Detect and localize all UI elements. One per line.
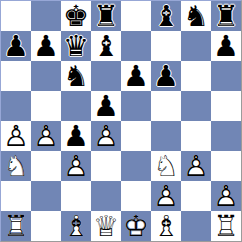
piece-black-rook: ♜	[93, 1, 119, 31]
square-h3[interactable]	[211, 151, 241, 181]
square-d4[interactable]: ♟♙	[91, 121, 121, 151]
square-f5[interactable]	[151, 91, 181, 121]
square-d7[interactable]: ♝	[91, 31, 121, 61]
square-h2[interactable]: ♟♙	[211, 181, 241, 211]
piece-black-pawn: ♟	[63, 121, 89, 151]
white-pawn-icon: ♟	[3, 121, 29, 151]
white-bishop-outline-icon: ♗	[63, 211, 89, 241]
square-e5[interactable]	[121, 91, 151, 121]
square-e1[interactable]: ♚♔	[121, 211, 151, 241]
square-g4[interactable]	[181, 121, 211, 151]
white-queen-icon: ♛	[93, 211, 119, 241]
square-h1[interactable]: ♜♖	[211, 211, 241, 241]
square-h7[interactable]: ♟	[211, 31, 241, 61]
square-b8[interactable]	[31, 1, 61, 31]
square-d2[interactable]	[91, 181, 121, 211]
piece-black-pawn: ♟	[213, 31, 239, 61]
square-g5[interactable]	[181, 91, 211, 121]
white-rook-icon: ♜	[3, 211, 29, 241]
piece-white-pawn: ♟♙	[213, 181, 239, 211]
square-a2[interactable]	[1, 181, 31, 211]
piece-white-queen: ♛♕	[93, 211, 119, 241]
piece-white-knight: ♞♘	[3, 151, 29, 181]
square-h8[interactable]: ♜	[211, 1, 241, 31]
white-bishop-outline-icon: ♗	[153, 211, 179, 241]
white-pawn-outline-icon: ♙	[93, 121, 119, 151]
white-pawn-outline-icon: ♙	[183, 151, 209, 181]
square-e8[interactable]	[121, 1, 151, 31]
piece-white-rook: ♜♖	[3, 211, 29, 241]
square-f6[interactable]: ♟	[151, 61, 181, 91]
piece-black-knight: ♞	[183, 1, 209, 31]
square-b5[interactable]	[31, 91, 61, 121]
square-a4[interactable]: ♟♙	[1, 121, 31, 151]
square-g2[interactable]	[181, 181, 211, 211]
square-c7[interactable]: ♛	[61, 31, 91, 61]
square-e2[interactable]	[121, 181, 151, 211]
piece-black-pawn: ♟	[33, 31, 59, 61]
square-g7[interactable]	[181, 31, 211, 61]
square-a3[interactable]: ♞♘	[1, 151, 31, 181]
black-rook-icon: ♜	[93, 1, 119, 31]
square-f2[interactable]: ♟♙	[151, 181, 181, 211]
piece-white-rook: ♜♖	[213, 211, 239, 241]
black-knight-icon: ♞	[63, 61, 89, 91]
square-d3[interactable]	[91, 151, 121, 181]
black-pawn-icon: ♟	[3, 31, 29, 61]
white-bishop-icon: ♝	[63, 211, 89, 241]
square-c5[interactable]	[61, 91, 91, 121]
black-bishop-icon: ♝	[93, 31, 119, 61]
piece-black-queen: ♛	[63, 31, 89, 61]
square-g3[interactable]: ♟♙	[181, 151, 211, 181]
piece-black-rook: ♜	[213, 1, 239, 31]
black-pawn-icon: ♟	[213, 31, 239, 61]
white-rook-outline-icon: ♖	[213, 211, 239, 241]
piece-black-bishop: ♝	[93, 31, 119, 61]
black-queen-icon: ♛	[63, 31, 89, 61]
square-d1[interactable]: ♛♕	[91, 211, 121, 241]
white-bishop-icon: ♝	[153, 211, 179, 241]
piece-black-knight: ♞	[63, 61, 89, 91]
square-h4[interactable]	[211, 121, 241, 151]
white-pawn-icon: ♟	[213, 181, 239, 211]
square-g6[interactable]	[181, 61, 211, 91]
square-f3[interactable]: ♞♘	[151, 151, 181, 181]
piece-white-pawn: ♟♙	[63, 151, 89, 181]
square-a8[interactable]	[1, 1, 31, 31]
square-c1[interactable]: ♝♗	[61, 211, 91, 241]
square-g8[interactable]: ♞	[181, 1, 211, 31]
square-h6[interactable]	[211, 61, 241, 91]
square-c2[interactable]	[61, 181, 91, 211]
piece-white-bishop: ♝♗	[153, 211, 179, 241]
white-pawn-outline-icon: ♙	[33, 121, 59, 151]
piece-white-pawn: ♟♙	[93, 121, 119, 151]
white-knight-icon: ♞	[3, 151, 29, 181]
white-pawn-icon: ♟	[153, 181, 179, 211]
white-pawn-icon: ♟	[93, 121, 119, 151]
black-bishop-icon: ♝	[153, 1, 179, 31]
white-pawn-outline-icon: ♙	[153, 181, 179, 211]
square-a6[interactable]	[1, 61, 31, 91]
square-a1[interactable]: ♜♖	[1, 211, 31, 241]
black-king-icon: ♚	[63, 1, 89, 31]
white-king-outline-icon: ♔	[123, 211, 149, 241]
square-e7[interactable]	[121, 31, 151, 61]
black-pawn-icon: ♟	[153, 61, 179, 91]
square-b1[interactable]	[31, 211, 61, 241]
square-g1[interactable]	[181, 211, 211, 241]
white-queen-outline-icon: ♕	[93, 211, 119, 241]
black-pawn-icon: ♟	[123, 61, 149, 91]
chess-board: ♚♜♝♞♜♟♟♛♝♟♞♟♟♟♟♙♟♙♟♟♙♞♘♟♙♞♘♟♙♟♙♟♙♜♖♝♗♛♕♚…	[0, 0, 242, 242]
white-pawn-outline-icon: ♙	[213, 181, 239, 211]
white-rook-icon: ♜	[213, 211, 239, 241]
white-rook-outline-icon: ♖	[3, 211, 29, 241]
piece-black-pawn: ♟	[153, 61, 179, 91]
piece-white-bishop: ♝♗	[63, 211, 89, 241]
piece-black-bishop: ♝	[153, 1, 179, 31]
square-c6[interactable]: ♞	[61, 61, 91, 91]
square-e4[interactable]	[121, 121, 151, 151]
square-a7[interactable]: ♟	[1, 31, 31, 61]
square-f7[interactable]	[151, 31, 181, 61]
square-b3[interactable]	[31, 151, 61, 181]
square-d6[interactable]	[91, 61, 121, 91]
square-b7[interactable]: ♟	[31, 31, 61, 61]
white-pawn-icon: ♟	[33, 121, 59, 151]
piece-white-knight: ♞♘	[153, 151, 179, 181]
piece-black-king: ♚	[63, 1, 89, 31]
piece-white-pawn: ♟♙	[183, 151, 209, 181]
square-a5[interactable]	[1, 91, 31, 121]
square-c3[interactable]: ♟♙	[61, 151, 91, 181]
black-pawn-icon: ♟	[63, 121, 89, 151]
square-e6[interactable]: ♟	[121, 61, 151, 91]
piece-white-pawn: ♟♙	[33, 121, 59, 151]
square-b6[interactable]	[31, 61, 61, 91]
white-pawn-outline-icon: ♙	[3, 121, 29, 151]
white-knight-outline-icon: ♘	[3, 151, 29, 181]
white-pawn-icon: ♟	[183, 151, 209, 181]
white-knight-icon: ♞	[153, 151, 179, 181]
square-f1[interactable]: ♝♗	[151, 211, 181, 241]
square-c8[interactable]: ♚	[61, 1, 91, 31]
square-f8[interactable]: ♝	[151, 1, 181, 31]
square-d5[interactable]: ♟	[91, 91, 121, 121]
black-pawn-icon: ♟	[33, 31, 59, 61]
piece-black-pawn: ♟	[93, 91, 119, 121]
piece-white-king: ♚♔	[123, 211, 149, 241]
piece-black-pawn: ♟	[123, 61, 149, 91]
black-knight-icon: ♞	[183, 1, 209, 31]
white-pawn-icon: ♟	[63, 151, 89, 181]
white-pawn-outline-icon: ♙	[63, 151, 89, 181]
black-pawn-icon: ♟	[93, 91, 119, 121]
white-king-icon: ♚	[123, 211, 149, 241]
square-b4[interactable]: ♟♙	[31, 121, 61, 151]
square-h5[interactable]	[211, 91, 241, 121]
white-knight-outline-icon: ♘	[153, 151, 179, 181]
square-c4[interactable]: ♟	[61, 121, 91, 151]
square-f4[interactable]	[151, 121, 181, 151]
piece-black-pawn: ♟	[3, 31, 29, 61]
piece-white-pawn: ♟♙	[3, 121, 29, 151]
piece-white-pawn: ♟♙	[153, 181, 179, 211]
square-e3[interactable]	[121, 151, 151, 181]
square-b2[interactable]	[31, 181, 61, 211]
black-rook-icon: ♜	[213, 1, 239, 31]
square-d8[interactable]: ♜	[91, 1, 121, 31]
